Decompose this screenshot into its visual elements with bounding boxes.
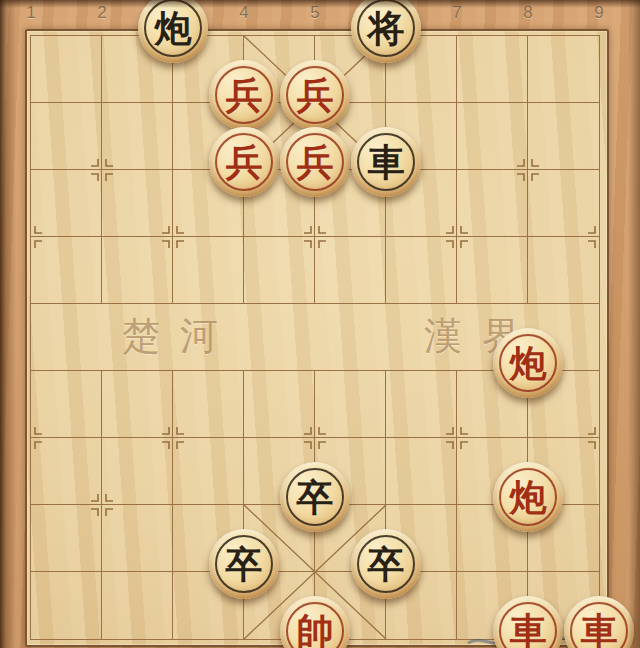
board-cell (457, 36, 528, 103)
piece-red-soldier[interactable]: 兵 (209, 127, 279, 197)
piece-black-soldier[interactable]: 卒 (209, 529, 279, 599)
board-cell (31, 505, 102, 572)
piece-glyph: 車 (351, 127, 421, 197)
piece-glyph: 車 (493, 596, 563, 648)
piece-glyph: 炮 (493, 462, 563, 532)
board-cell (528, 103, 599, 170)
piece-red-chariot[interactable]: 車 (564, 596, 634, 648)
piece-glyph: 兵 (209, 127, 279, 197)
piece-glyph: 卒 (280, 462, 350, 532)
board-cell (244, 371, 315, 438)
piece-glyph: 兵 (209, 60, 279, 130)
board-cell (457, 170, 528, 237)
board-cell (315, 304, 386, 371)
board-cell (457, 237, 528, 304)
board-cell (102, 103, 173, 170)
board-cell (315, 371, 386, 438)
piece-black-general[interactable]: 将 (351, 0, 421, 63)
piece-red-cannon[interactable]: 炮 (493, 328, 563, 398)
board-cell (244, 237, 315, 304)
board-cell (528, 237, 599, 304)
board-cell (31, 438, 102, 505)
board-cell (315, 237, 386, 304)
piece-black-soldier[interactable]: 卒 (351, 529, 421, 599)
board-cell (102, 237, 173, 304)
board-cell (386, 438, 457, 505)
board-cell (386, 371, 457, 438)
board-cell (31, 371, 102, 438)
board-cell (173, 371, 244, 438)
board-cell (102, 438, 173, 505)
piece-red-soldier[interactable]: 兵 (209, 60, 279, 130)
river-label-left: 楚河 (122, 311, 238, 362)
piece-glyph: 炮 (493, 328, 563, 398)
piece-glyph: 将 (351, 0, 421, 63)
board-cell (173, 438, 244, 505)
piece-red-soldier[interactable]: 兵 (280, 60, 350, 130)
piece-black-chariot[interactable]: 車 (351, 127, 421, 197)
board-cell (31, 36, 102, 103)
board-cell (244, 304, 315, 371)
board-cell (102, 505, 173, 572)
piece-red-cannon[interactable]: 炮 (493, 462, 563, 532)
board-cell (528, 170, 599, 237)
piece-black-cannon[interactable]: 炮 (138, 0, 208, 63)
board-cell (31, 304, 102, 371)
piece-red-general[interactable]: 帥 (280, 596, 350, 648)
piece-glyph: 卒 (351, 529, 421, 599)
xiangqi-board-screenshot: 楚河 漢界 123456789 炮将兵兵兵兵車炮卒炮卒卒帥車車 (0, 0, 640, 648)
top-shadow (0, 0, 640, 8)
board-cell (102, 371, 173, 438)
board-cell (102, 170, 173, 237)
piece-glyph: 炮 (138, 0, 208, 63)
left-shadow (0, 0, 16, 648)
piece-glyph: 兵 (280, 60, 350, 130)
piece-glyph: 帥 (280, 596, 350, 648)
piece-red-soldier[interactable]: 兵 (280, 127, 350, 197)
board-cell (386, 237, 457, 304)
board-cell (528, 36, 599, 103)
right-shadow (628, 0, 640, 648)
piece-black-soldier[interactable]: 卒 (280, 462, 350, 532)
piece-glyph: 卒 (209, 529, 279, 599)
piece-red-chariot[interactable]: 車 (493, 596, 563, 648)
board-cell (31, 170, 102, 237)
board-cell (173, 237, 244, 304)
board-cell (31, 103, 102, 170)
piece-glyph: 車 (564, 596, 634, 648)
board-cell (31, 237, 102, 304)
board-cell (457, 103, 528, 170)
board-cell (31, 572, 102, 639)
piece-glyph: 兵 (280, 127, 350, 197)
board-cell (102, 572, 173, 639)
